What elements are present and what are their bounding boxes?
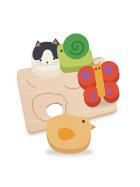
bird-piece	[45, 114, 96, 156]
cat-nose	[46, 62, 48, 64]
cat-eye-right	[53, 58, 55, 60]
photo-canvas	[0, 0, 140, 187]
toy-product-photo	[0, 0, 140, 187]
cat-eye-left	[40, 59, 42, 61]
bird-eye	[82, 120, 85, 123]
